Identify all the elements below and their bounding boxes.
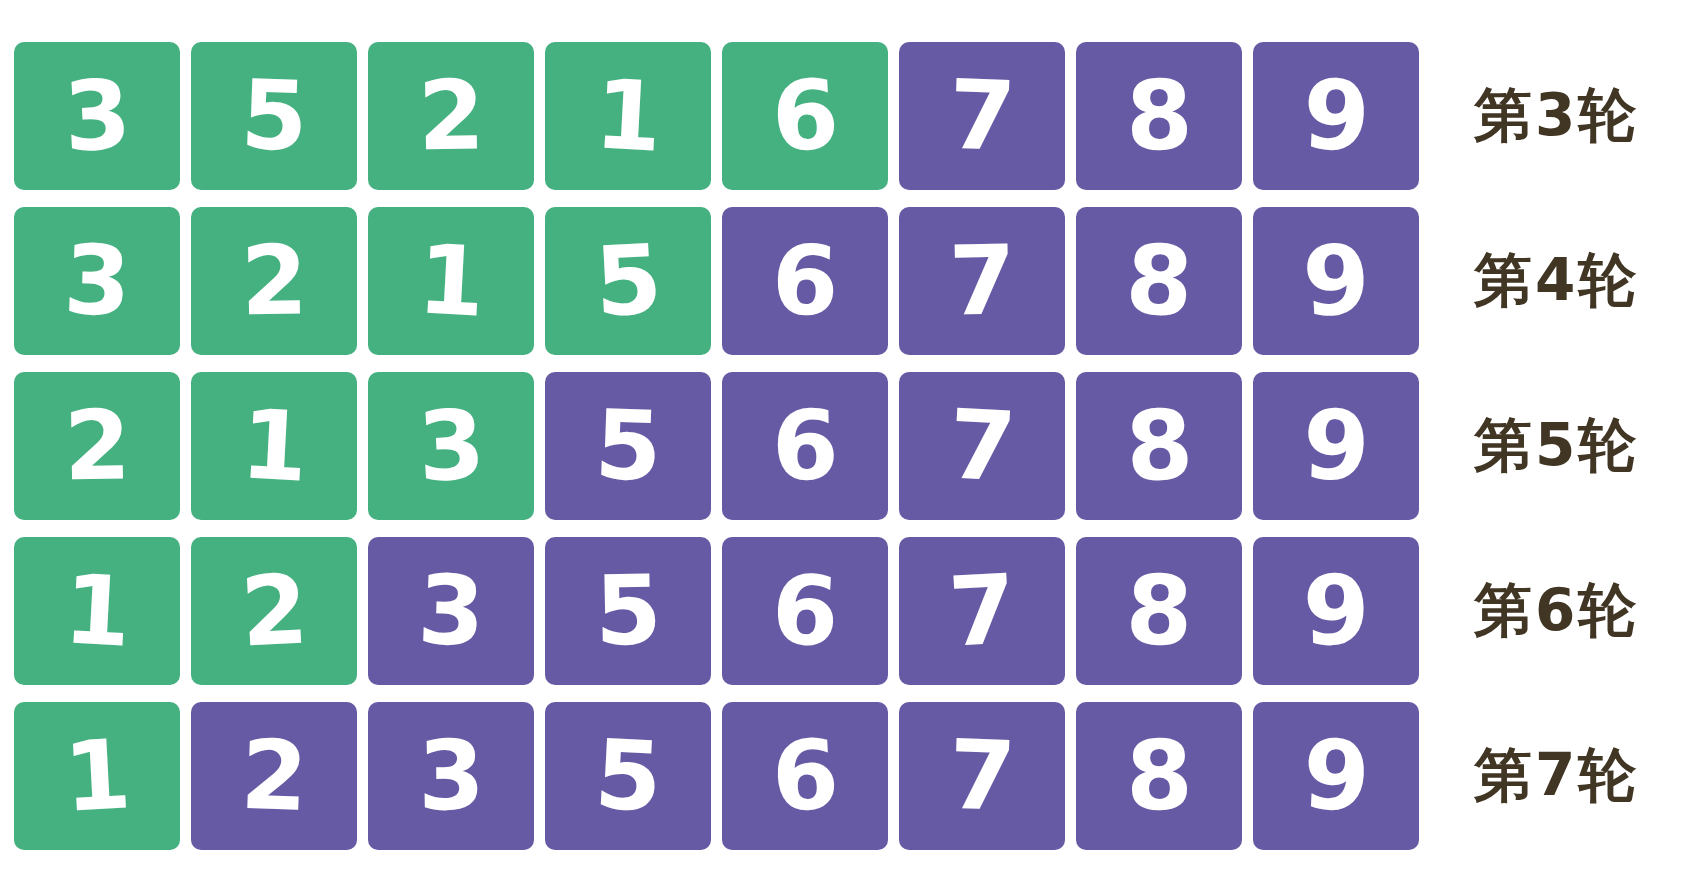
grid-cell: 3	[14, 207, 180, 355]
cell-number: 3	[61, 66, 133, 165]
cell-number: 5	[239, 67, 309, 165]
grid-cell: 7	[899, 537, 1065, 685]
cell-number: 5	[592, 231, 664, 330]
grid-cell: 5	[545, 372, 711, 520]
cell-number: 9	[1301, 397, 1371, 495]
cell-number: 1	[415, 231, 487, 330]
cell-number: 6	[769, 561, 841, 660]
cell-number: 7	[946, 396, 1018, 495]
cell-number: 7	[947, 67, 1017, 165]
cell-number: 6	[770, 232, 840, 330]
row-label: 第7轮	[1430, 702, 1692, 850]
grid-cell: 5	[545, 207, 711, 355]
grid-cell: 9	[1253, 42, 1419, 190]
cell-number: 2	[240, 232, 308, 329]
cell-number: 9	[1300, 726, 1372, 825]
grid-cell: 7	[899, 42, 1065, 190]
grid-cell: 1	[14, 537, 180, 685]
grid-cell: 3	[14, 42, 180, 190]
grid-cell: 7	[899, 207, 1065, 355]
grid-cell: 8	[1076, 372, 1242, 520]
cell-number: 7	[946, 561, 1018, 660]
cell-number: 2	[63, 397, 131, 494]
grid-cell: 1	[545, 42, 711, 190]
grid-cell: 9	[1253, 702, 1419, 850]
cell-number: 5	[593, 397, 663, 495]
cell-number: 3	[62, 232, 132, 330]
grid-cell: 2	[14, 372, 180, 520]
cell-number: 3	[417, 727, 485, 824]
grid-cell: 5	[545, 702, 711, 850]
cell-number: 8	[1123, 396, 1195, 495]
cell-number: 2	[239, 727, 309, 825]
grid-cell: 6	[722, 42, 888, 190]
cell-number: 9	[1300, 231, 1372, 330]
cell-number: 1	[238, 396, 310, 495]
grid-cell: 8	[1076, 42, 1242, 190]
grid-cell: 8	[1076, 207, 1242, 355]
grid-cell: 1	[14, 702, 180, 850]
cell-number: 3	[416, 562, 486, 660]
cell-number: 1	[61, 726, 133, 825]
cell-number: 9	[1302, 562, 1370, 659]
cell-number: 2	[417, 67, 485, 164]
grid-cell: 3	[368, 537, 534, 685]
grid-cell: 5	[545, 537, 711, 685]
cell-number: 5	[592, 726, 664, 825]
cell-number: 8	[1125, 67, 1193, 164]
grid-cell: 1	[368, 207, 534, 355]
cell-number: 8	[1125, 727, 1193, 824]
grid-cell: 9	[1253, 372, 1419, 520]
grid-cell: 9	[1253, 207, 1419, 355]
row-label: 第5轮	[1430, 372, 1692, 520]
cell-number: 6	[769, 726, 841, 825]
grid-cell: 8	[1076, 537, 1242, 685]
grid-cell: 2	[368, 42, 534, 190]
cell-number: 2	[238, 561, 310, 660]
cell-number: 6	[769, 66, 841, 165]
row-label: 第6轮	[1430, 537, 1692, 685]
cell-number: 9	[1300, 66, 1372, 165]
cell-number: 1	[61, 561, 133, 660]
grid-cell: 6	[722, 207, 888, 355]
cell-number: 7	[947, 727, 1017, 825]
grid-cell: 3	[368, 702, 534, 850]
cell-number: 6	[771, 397, 839, 494]
grid-cell: 2	[191, 207, 357, 355]
cell-number: 1	[592, 66, 664, 165]
cell-number: 8	[1123, 231, 1195, 330]
grid-cell: 3	[368, 372, 534, 520]
grid-cell: 6	[722, 702, 888, 850]
row-label: 第3轮	[1430, 42, 1692, 190]
grid-cell: 6	[722, 372, 888, 520]
grid-cell: 2	[191, 537, 357, 685]
sort-rounds-diagram: 35216789第3轮32156789第4轮21356789第5轮1235678…	[0, 0, 1703, 877]
grid-cell: 7	[899, 702, 1065, 850]
grid-cell: 2	[191, 702, 357, 850]
cell-number: 5	[594, 562, 662, 659]
grid-cell: 6	[722, 537, 888, 685]
grid-cell: 8	[1076, 702, 1242, 850]
grid-cell: 7	[899, 372, 1065, 520]
cell-number: 3	[415, 396, 487, 495]
board-grid: 35216789第3轮32156789第4轮21356789第5轮1235678…	[14, 42, 1692, 850]
grid-cell: 5	[191, 42, 357, 190]
cell-number: 8	[1124, 562, 1194, 660]
row-label: 第4轮	[1430, 207, 1692, 355]
grid-cell: 9	[1253, 537, 1419, 685]
grid-cell: 1	[191, 372, 357, 520]
cell-number: 7	[948, 232, 1016, 329]
